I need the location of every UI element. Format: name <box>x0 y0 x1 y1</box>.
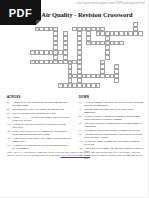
clue-number: 13 <box>69 61 71 63</box>
clue-item-text: A person with this condition may find it… <box>84 133 143 139</box>
clue-item-number: 13) <box>79 140 82 143</box>
clue-item: 2)A molecule of this contains one oxygen… <box>7 101 71 107</box>
clue-item: 4)Polluting gases leave a car engine thr… <box>7 108 71 111</box>
clue-number: 1 <box>134 23 135 25</box>
clue-item-number: 7) <box>79 129 81 132</box>
clue-item-text: Carbon ________ is a toxic gas formed wh… <box>12 116 69 122</box>
clue-item-text: An impurity found in some fuels that bur… <box>84 140 139 146</box>
clue-number: 16 <box>69 75 71 77</box>
clue-number: 15 <box>116 65 118 67</box>
clue-item-text: A molecule of this contains one oxygen a… <box>12 101 67 107</box>
clue-item-text: A link between two factors, for example … <box>12 137 70 143</box>
down-header: DOWN <box>79 96 145 99</box>
clue-number: 4 <box>73 28 74 30</box>
print-header-url: http://www.variety-games.com/CW/Puzzles/… <box>77 2 145 5</box>
across-header: ACROSS <box>7 96 71 99</box>
clue-item-text: A chemical you start with before a chemi… <box>12 123 66 129</box>
clue-item-number: 2) <box>7 101 9 104</box>
clue-item-text: The layer of gases that surrounds the Ea… <box>12 112 56 115</box>
clue-item: 7)To combine with oxygen during a combus… <box>79 129 145 132</box>
clue-item-number: 6) <box>79 122 81 125</box>
page-title: Air Quality - Revision Crossword <box>30 11 144 18</box>
clue-item-number: 16) <box>7 137 10 140</box>
pdf-badge-label: PDF <box>9 7 33 19</box>
clue-item-number: 14) <box>79 147 82 150</box>
clue-item-text: A type of transport you could use to hel… <box>84 101 143 107</box>
clue-number: 6 <box>88 28 89 30</box>
clue-number: 17 <box>59 84 61 86</box>
clue-item: 16)A link between two factors, for examp… <box>7 137 71 143</box>
clue-item: 3)This gas makes up about 78% of the gas… <box>79 108 145 114</box>
clue-item-number: 11) <box>7 123 10 126</box>
clue-item-text: Petrol, diesel and oil are all examples … <box>12 130 67 136</box>
clue-number: 11 <box>31 51 33 53</box>
clue-item: 5)An oxide produced during the burning o… <box>79 115 145 121</box>
clue-item-number: 1) <box>79 101 81 104</box>
pdf-badge: PDF <box>0 0 41 25</box>
across-clues-list: 2)A molecule of this contains one oxygen… <box>7 101 71 150</box>
clue-item-number: 12) <box>7 130 10 133</box>
clue-item: 13)An impurity found in some fuels that … <box>79 140 145 146</box>
clue-item-text: To combine with oxygen during a combusti… <box>84 129 140 132</box>
clue-item-text: Polluting gases leave a car engine throu… <box>12 108 64 111</box>
clue-item-number: 10) <box>7 116 10 119</box>
footer-note: Note: For a fee, you can use Crossword W… <box>7 151 144 157</box>
clue-item: 17)A chemical released into the air that… <box>7 144 71 150</box>
clue-item-number: 9) <box>79 133 81 136</box>
clue-number: 10 <box>88 42 90 44</box>
clue-item-number: 8) <box>7 112 9 115</box>
clue-number: 8 <box>97 32 98 34</box>
clue-number: 14 <box>102 61 104 63</box>
crossword-weaver-link[interactable]: www.CrosswordWeaver.com <box>60 154 90 157</box>
clue-item-number: 5) <box>79 115 81 118</box>
across-clues-section: ACROSS 2)A molecule of this contains one… <box>7 96 71 151</box>
clue-item: 10)Carbon ________ is a toxic gas formed… <box>7 116 71 122</box>
badge-fold-icon <box>36 20 41 25</box>
clue-item-number: 17) <box>7 144 10 147</box>
clue-item-text: This gas makes up about 78% of the gases… <box>84 108 134 114</box>
clue-number: 5 <box>78 28 79 30</box>
clue-item-number: 4) <box>7 108 9 111</box>
clue-item: 12)Petrol, diesel and oil are all exampl… <box>7 130 71 136</box>
clue-number: 7 <box>64 32 65 34</box>
pdf-thumbnail-page[interactable]: PDF http://www.variety-games.com/CW/Puzz… <box>0 0 149 198</box>
crossword-grid: 1234567891011121314151617 <box>30 22 143 88</box>
clue-item: 6)Tiny black specks of carbon produced d… <box>79 122 145 128</box>
clue-item: 9)A person with this condition may find … <box>79 133 145 139</box>
clue-number: 2 <box>36 28 37 30</box>
clue-item: 8)The layer of gases that surrounds the … <box>7 112 71 115</box>
clue-item-number: 3) <box>79 108 81 111</box>
clue-item-text: A chemical released into the air that ca… <box>12 144 68 150</box>
clue-number: 12 <box>31 61 33 63</box>
clue-item: 11)A chemical you start with before a ch… <box>7 123 71 129</box>
clue-item-text: Tiny black specks of carbon produced dur… <box>84 122 142 128</box>
grid-block <box>138 83 143 88</box>
clue-number: 9 <box>106 32 107 34</box>
clue-item: 1)A type of transport you could use to h… <box>79 101 145 107</box>
clue-number: 3 <box>55 28 56 30</box>
clue-item-text: An oxide produced during the burning of … <box>84 115 140 121</box>
